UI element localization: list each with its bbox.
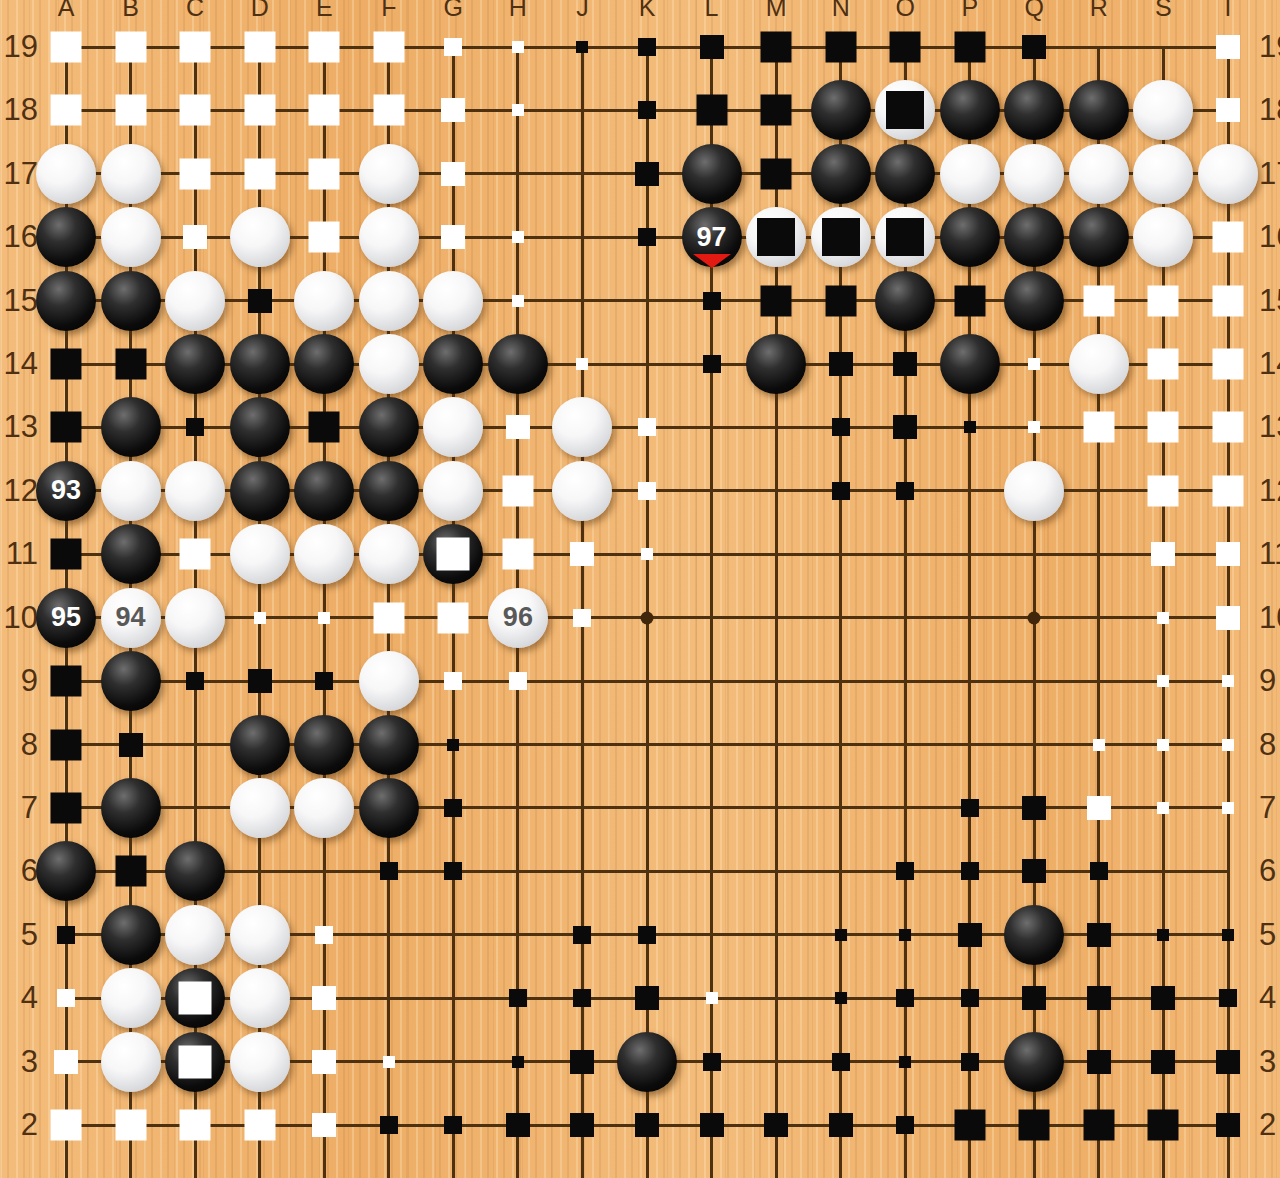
row-label-left: 14 <box>0 344 38 384</box>
white-territory-square-E10 <box>318 612 330 624</box>
column-label: T <box>1208 0 1248 20</box>
black-stone-N18 <box>811 80 871 140</box>
black-stone-A16 <box>36 207 96 267</box>
black-stone-B15 <box>101 271 161 331</box>
black-territory-square-N15 <box>825 285 856 316</box>
white-territory-square-G10 <box>438 602 469 633</box>
white-territory-square-T14 <box>1213 349 1244 380</box>
go-board[interactable]: ABCDEFGHJKLMNOPQRST191918181717161615151… <box>0 0 1280 1178</box>
black-stone-A6 <box>36 841 96 901</box>
row-label-left: 6 <box>0 851 38 891</box>
row-label-right: 11 <box>1259 534 1280 574</box>
white-stone-G15 <box>423 271 483 331</box>
column-label: A <box>46 0 86 20</box>
white-territory-square-H15 <box>512 295 524 307</box>
black-stone-O15 <box>875 271 935 331</box>
black-stone-P14 <box>940 334 1000 394</box>
column-label: G <box>433 0 473 20</box>
black-stone-D8 <box>230 715 290 775</box>
black-territory-square-T3 <box>1216 1050 1240 1074</box>
black-stone-B5 <box>101 905 161 965</box>
white-territory-square-E4 <box>312 986 336 1010</box>
black-territory-square-O2 <box>896 1116 914 1134</box>
black-territory-square-R5 <box>1087 923 1111 947</box>
black-territory-square-B14 <box>115 349 146 380</box>
black-territory-square-F6 <box>380 862 398 880</box>
black-territory-square-R2 <box>1083 1110 1114 1141</box>
black-territory-square-A14 <box>51 349 82 380</box>
black-territory-square-O3 <box>899 1056 911 1068</box>
black-territory-square-N2 <box>829 1113 853 1137</box>
white-stone-G13 <box>423 397 483 457</box>
row-label-left: 11 <box>0 534 38 574</box>
black-territory-square-L14 <box>703 355 721 373</box>
white-stone-A17 <box>36 144 96 204</box>
white-stone-T17 <box>1198 144 1258 204</box>
white-territory-square-J14 <box>576 358 588 370</box>
black-territory-square-D9 <box>248 669 272 693</box>
white-territory-square-E5 <box>315 926 333 944</box>
white-territory-square-K13 <box>638 418 656 436</box>
row-label-left: 18 <box>0 90 38 130</box>
black-territory-square-L19 <box>700 35 724 59</box>
black-territory-square-H3 <box>512 1056 524 1068</box>
white-stone-F9 <box>359 651 419 711</box>
white-stone-O16 <box>875 207 935 267</box>
white-territory-square-T16 <box>1213 222 1244 253</box>
white-territory-square-H13 <box>506 415 530 439</box>
black-territory-square-P2 <box>954 1110 985 1141</box>
column-label: D <box>240 0 280 20</box>
black-territory-square-L18 <box>696 95 727 126</box>
white-stone-B4 <box>101 968 161 1028</box>
white-territory-square-S15 <box>1148 285 1179 316</box>
white-territory-square-G17 <box>441 162 465 186</box>
black-territory-square-L2 <box>700 1113 724 1137</box>
white-territory-square-T18 <box>1216 98 1240 122</box>
black-territory-square-A9 <box>51 666 82 697</box>
black-territory-square-O13 <box>893 415 917 439</box>
white-territory-square-F10 <box>373 602 404 633</box>
black-territory-square-Q4 <box>1022 986 1046 1010</box>
white-stone-S18 <box>1133 80 1193 140</box>
white-stone-C15 <box>165 271 225 331</box>
black-territory-square-K4 <box>635 986 659 1010</box>
white-stone-P17 <box>940 144 1000 204</box>
white-territory-square-S11 <box>1151 542 1175 566</box>
white-stone-B16 <box>101 207 161 267</box>
white-territory-square-D2 <box>244 1110 275 1141</box>
black-territory-square-K5 <box>638 926 656 944</box>
black-territory-square-Q7 <box>1022 796 1046 820</box>
black-square-mark-icon <box>886 91 924 129</box>
column-label: E <box>304 0 344 20</box>
white-territory-square-J10 <box>573 609 591 627</box>
black-stone-F13 <box>359 397 419 457</box>
white-stone-S17 <box>1133 144 1193 204</box>
white-stone-B12 <box>101 461 161 521</box>
black-stone-G11 <box>423 524 483 584</box>
white-territory-square-D17 <box>244 158 275 189</box>
row-label-left: 8 <box>0 725 38 765</box>
white-territory-square-E3 <box>312 1050 336 1074</box>
black-stone-A15 <box>36 271 96 331</box>
white-stone-D7 <box>230 778 290 838</box>
black-stone-H14 <box>488 334 548 394</box>
black-territory-square-K18 <box>638 101 656 119</box>
white-stone-B17 <box>101 144 161 204</box>
black-stone-F12 <box>359 461 419 521</box>
black-territory-square-A13 <box>51 412 82 443</box>
column-label: L <box>692 0 732 20</box>
black-stone-K3 <box>617 1032 677 1092</box>
black-territory-square-J4 <box>573 989 591 1007</box>
black-territory-square-M2 <box>764 1113 788 1137</box>
white-territory-square-S7 <box>1157 802 1169 814</box>
white-territory-square-R7 <box>1087 796 1111 820</box>
white-territory-square-H11 <box>502 539 533 570</box>
column-label: J <box>562 0 602 20</box>
white-territory-square-D18 <box>244 95 275 126</box>
black-stone-Q16 <box>1004 207 1064 267</box>
black-territory-square-M18 <box>761 95 792 126</box>
white-territory-square-E19 <box>309 32 340 63</box>
white-territory-square-A19 <box>51 32 82 63</box>
white-territory-square-G18 <box>441 98 465 122</box>
white-stone-D4 <box>230 968 290 1028</box>
black-territory-square-P15 <box>954 285 985 316</box>
black-territory-square-J3 <box>570 1050 594 1074</box>
column-label: B <box>111 0 151 20</box>
white-stone-F17 <box>359 144 419 204</box>
white-territory-square-C16 <box>183 225 207 249</box>
white-stone-D3 <box>230 1032 290 1092</box>
white-stone-B10: 94 <box>101 588 161 648</box>
white-territory-square-E16 <box>309 222 340 253</box>
white-territory-square-F18 <box>373 95 404 126</box>
black-territory-square-K16 <box>638 228 656 246</box>
black-territory-square-L3 <box>703 1053 721 1071</box>
black-territory-square-P5 <box>958 923 982 947</box>
column-label: N <box>821 0 861 20</box>
white-territory-square-E2 <box>312 1113 336 1137</box>
black-territory-square-S2 <box>1148 1110 1179 1141</box>
white-stone-B3 <box>101 1032 161 1092</box>
black-stone-Q15 <box>1004 271 1064 331</box>
white-stone-Q17 <box>1004 144 1064 204</box>
black-territory-square-O6 <box>896 862 914 880</box>
white-territory-square-B18 <box>115 95 146 126</box>
row-label-right: 16 <box>1259 217 1280 257</box>
white-territory-square-K12 <box>638 482 656 500</box>
black-territory-square-J5 <box>573 926 591 944</box>
star-point-K10 <box>641 611 654 624</box>
white-territory-square-T19 <box>1216 35 1240 59</box>
white-territory-square-D10 <box>254 612 266 624</box>
black-stone-E14 <box>294 334 354 394</box>
black-territory-square-P13 <box>964 421 976 433</box>
white-territory-square-G19 <box>444 38 462 56</box>
black-stone-D12 <box>230 461 290 521</box>
black-square-mark-icon <box>757 218 795 256</box>
white-territory-square-C11 <box>180 539 211 570</box>
white-territory-square-H18 <box>512 104 524 116</box>
black-stone-A12: 93 <box>36 461 96 521</box>
white-stone-J13 <box>552 397 612 457</box>
black-territory-square-G8 <box>447 739 459 751</box>
white-territory-square-R8 <box>1093 739 1105 751</box>
black-stone-P16 <box>940 207 1000 267</box>
column-label: P <box>950 0 990 20</box>
white-territory-square-T13 <box>1213 412 1244 443</box>
white-square-mark-icon <box>179 1045 212 1078</box>
black-stone-E12 <box>294 461 354 521</box>
white-stone-C5 <box>165 905 225 965</box>
black-territory-square-D15 <box>248 289 272 313</box>
black-territory-square-H2 <box>506 1113 530 1137</box>
white-stone-G12 <box>423 461 483 521</box>
white-territory-square-B19 <box>115 32 146 63</box>
row-label-left: 7 <box>0 788 38 828</box>
row-label-right: 15 <box>1259 281 1280 321</box>
white-stone-Q12 <box>1004 461 1064 521</box>
black-territory-square-J19 <box>576 41 588 53</box>
black-stone-C6 <box>165 841 225 901</box>
white-territory-square-H19 <box>512 41 524 53</box>
white-stone-H10: 96 <box>488 588 548 648</box>
white-territory-square-H9 <box>509 672 527 690</box>
black-territory-square-E9 <box>315 672 333 690</box>
black-stone-F7 <box>359 778 419 838</box>
black-stone-N17 <box>811 144 871 204</box>
black-territory-square-K17 <box>635 162 659 186</box>
white-territory-square-C17 <box>180 158 211 189</box>
column-label: K <box>627 0 667 20</box>
row-label-left: 16 <box>0 217 38 257</box>
row-label-right: 3 <box>1259 1042 1280 1082</box>
black-territory-square-E13 <box>309 412 340 443</box>
column-label: C <box>175 0 215 20</box>
white-territory-square-T12 <box>1213 475 1244 506</box>
column-label: F <box>369 0 409 20</box>
black-territory-square-S5 <box>1157 929 1169 941</box>
white-square-mark-icon <box>179 982 212 1015</box>
white-territory-square-G16 <box>441 225 465 249</box>
black-territory-square-O5 <box>899 929 911 941</box>
column-label: S <box>1143 0 1183 20</box>
white-stone-R14 <box>1069 334 1129 394</box>
row-label-right: 17 <box>1259 154 1280 194</box>
white-territory-square-T10 <box>1216 606 1240 630</box>
white-territory-square-R13 <box>1083 412 1114 443</box>
white-stone-F15 <box>359 271 419 331</box>
white-stone-R17 <box>1069 144 1129 204</box>
row-label-right: 6 <box>1259 851 1280 891</box>
black-stone-Q18 <box>1004 80 1064 140</box>
black-stone-F8 <box>359 715 419 775</box>
black-territory-square-B8 <box>119 733 143 757</box>
white-territory-square-S9 <box>1157 675 1169 687</box>
row-label-right: 7 <box>1259 788 1280 828</box>
black-territory-square-N19 <box>825 32 856 63</box>
black-territory-square-R4 <box>1087 986 1111 1010</box>
white-stone-D11 <box>230 524 290 584</box>
black-territory-square-K2 <box>635 1113 659 1137</box>
white-stone-C12 <box>165 461 225 521</box>
black-territory-square-Q19 <box>1022 35 1046 59</box>
white-territory-square-H12 <box>502 475 533 506</box>
black-square-mark-icon <box>886 218 924 256</box>
white-territory-square-T8 <box>1222 739 1234 751</box>
black-stone-E8 <box>294 715 354 775</box>
black-stone-L16: 97 <box>682 207 742 267</box>
black-territory-square-N14 <box>829 352 853 376</box>
black-territory-square-T2 <box>1216 1113 1240 1137</box>
white-territory-square-R15 <box>1083 285 1114 316</box>
white-territory-square-E18 <box>309 95 340 126</box>
white-stone-S16 <box>1133 207 1193 267</box>
black-territory-square-O14 <box>893 352 917 376</box>
row-label-left: 5 <box>0 915 38 955</box>
grid-horizontal-line <box>65 680 1230 683</box>
black-territory-square-P4 <box>961 989 979 1007</box>
black-stone-M14 <box>746 334 806 394</box>
black-territory-square-M19 <box>761 32 792 63</box>
white-territory-square-D19 <box>244 32 275 63</box>
black-stone-C14 <box>165 334 225 394</box>
white-stone-F16 <box>359 207 419 267</box>
black-stone-C3 <box>165 1032 225 1092</box>
white-territory-square-A2 <box>51 1110 82 1141</box>
grid-horizontal-line <box>65 870 1230 873</box>
white-stone-F11 <box>359 524 419 584</box>
white-territory-square-E17 <box>309 158 340 189</box>
row-label-right: 5 <box>1259 915 1280 955</box>
black-territory-square-J2 <box>570 1113 594 1137</box>
column-label: Q <box>1014 0 1054 20</box>
white-territory-square-C18 <box>180 95 211 126</box>
row-label-left: 12 <box>0 471 38 511</box>
black-territory-square-N13 <box>832 418 850 436</box>
black-territory-square-R3 <box>1087 1050 1111 1074</box>
black-territory-square-K19 <box>638 38 656 56</box>
move-number-label: 93 <box>36 461 96 521</box>
white-stone-N16 <box>811 207 871 267</box>
white-territory-square-J11 <box>570 542 594 566</box>
column-label: R <box>1079 0 1119 20</box>
star-point-Q10 <box>1028 611 1041 624</box>
black-territory-square-N4 <box>835 992 847 1004</box>
black-territory-square-C9 <box>186 672 204 690</box>
white-territory-square-T15 <box>1213 285 1244 316</box>
white-territory-square-S14 <box>1148 349 1179 380</box>
black-stone-D13 <box>230 397 290 457</box>
black-territory-square-L15 <box>703 292 721 310</box>
black-stone-R18 <box>1069 80 1129 140</box>
black-territory-square-Q6 <box>1022 859 1046 883</box>
black-territory-square-M17 <box>761 158 792 189</box>
row-label-right: 9 <box>1259 661 1280 701</box>
white-territory-square-T11 <box>1216 542 1240 566</box>
white-territory-square-S12 <box>1148 475 1179 506</box>
black-stone-C4 <box>165 968 225 1028</box>
black-territory-square-G7 <box>444 799 462 817</box>
black-territory-square-C13 <box>186 418 204 436</box>
black-territory-square-H4 <box>509 989 527 1007</box>
move-number-label: 96 <box>488 588 548 648</box>
row-label-right: 18 <box>1259 90 1280 130</box>
black-territory-square-R6 <box>1090 862 1108 880</box>
black-stone-P18 <box>940 80 1000 140</box>
black-stone-L17 <box>682 144 742 204</box>
row-label-right: 13 <box>1259 407 1280 447</box>
move-number-label: 94 <box>101 588 161 648</box>
black-territory-square-T4 <box>1219 989 1237 1007</box>
black-territory-square-N12 <box>832 482 850 500</box>
black-territory-square-P19 <box>954 32 985 63</box>
white-territory-square-T9 <box>1222 675 1234 687</box>
black-territory-square-P6 <box>961 862 979 880</box>
row-label-right: 2 <box>1259 1105 1280 1145</box>
black-territory-square-S4 <box>1151 986 1175 1010</box>
row-label-left: 13 <box>0 407 38 447</box>
white-stone-F14 <box>359 334 419 394</box>
black-stone-B7 <box>101 778 161 838</box>
white-territory-square-F19 <box>373 32 404 63</box>
black-territory-square-G6 <box>444 862 462 880</box>
white-territory-square-K11 <box>641 548 653 560</box>
row-label-left: 10 <box>0 598 38 638</box>
white-territory-square-S13 <box>1148 412 1179 443</box>
black-territory-square-S3 <box>1151 1050 1175 1074</box>
white-stone-M16 <box>746 207 806 267</box>
black-territory-square-M15 <box>761 285 792 316</box>
white-stone-O18 <box>875 80 935 140</box>
white-stone-E7 <box>294 778 354 838</box>
row-label-right: 19 <box>1259 27 1280 67</box>
black-territory-square-B6 <box>115 856 146 887</box>
column-label: M <box>756 0 796 20</box>
black-stone-B11 <box>101 524 161 584</box>
white-territory-square-A18 <box>51 95 82 126</box>
white-territory-square-H16 <box>512 231 524 243</box>
white-stone-C10 <box>165 588 225 648</box>
black-territory-square-P3 <box>961 1053 979 1071</box>
black-stone-G14 <box>423 334 483 394</box>
row-label-left: 4 <box>0 978 38 1018</box>
white-territory-square-T7 <box>1222 802 1234 814</box>
black-stone-D14 <box>230 334 290 394</box>
black-territory-square-N3 <box>832 1053 850 1071</box>
row-label-right: 14 <box>1259 344 1280 384</box>
white-stone-E11 <box>294 524 354 584</box>
white-stone-D5 <box>230 905 290 965</box>
row-label-left: 2 <box>0 1105 38 1145</box>
black-territory-square-A8 <box>51 729 82 760</box>
white-territory-square-S10 <box>1157 612 1169 624</box>
column-label: H <box>498 0 538 20</box>
black-stone-B13 <box>101 397 161 457</box>
row-label-left: 9 <box>0 661 38 701</box>
last-move-triangle-icon <box>693 254 731 268</box>
row-label-right: 4 <box>1259 978 1280 1018</box>
white-territory-square-Q13 <box>1028 421 1040 433</box>
row-label-right: 10 <box>1259 598 1280 638</box>
row-label-left: 17 <box>0 154 38 194</box>
white-stone-J12 <box>552 461 612 521</box>
white-territory-square-A3 <box>54 1050 78 1074</box>
white-stone-D16 <box>230 207 290 267</box>
